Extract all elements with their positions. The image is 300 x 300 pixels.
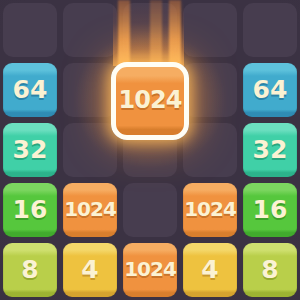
tile-16-r3c4: 16: [243, 183, 297, 237]
tile-value: 8: [21, 257, 38, 284]
cell-r0c4[interactable]: [243, 3, 297, 57]
cell-r3c2[interactable]: [123, 183, 177, 237]
tile-64-r1c0: 64: [3, 63, 57, 117]
tile-32-r2c0: 32: [3, 123, 57, 177]
tile-value: 1024: [124, 259, 176, 281]
cell-r0c0[interactable]: [3, 3, 57, 57]
tile-value: 16: [253, 197, 288, 224]
tile-value: 32: [253, 137, 288, 164]
tile-16-r3c0: 16: [3, 183, 57, 237]
cell-r1c1[interactable]: [63, 63, 117, 117]
tile-1024-r4c2: 1024: [123, 243, 177, 297]
falling-tile[interactable]: 1024: [111, 62, 189, 140]
tile-value: 32: [13, 137, 48, 164]
cell-r2c3[interactable]: [183, 123, 237, 177]
tile-value: 4: [201, 257, 218, 284]
beam-streak-right: [169, 0, 181, 66]
tile-value: 8: [261, 257, 278, 284]
tile-value: 64: [253, 77, 288, 104]
tile-8-r4c4: 8: [243, 243, 297, 297]
tile-value: 1024: [64, 199, 116, 221]
tile-value: 1024: [184, 199, 236, 221]
tile-1024-r3c1: 1024: [63, 183, 117, 237]
tile-4-r4c1: 4: [63, 243, 117, 297]
cell-r1c3[interactable]: [183, 63, 237, 117]
falling-tile-value: 1024: [119, 88, 182, 114]
tile-64-r1c4: 64: [243, 63, 297, 117]
tile-4-r4c3: 4: [183, 243, 237, 297]
tile-32-r2c4: 32: [243, 123, 297, 177]
falling-trail-effect: [113, 0, 184, 66]
tile-value: 16: [13, 197, 48, 224]
beam-streak-left: [118, 0, 130, 66]
tile-value: 4: [81, 257, 98, 284]
tile-8-r4c0: 8: [3, 243, 57, 297]
board[interactable]: 6464323216102410241684102448 1024: [0, 0, 300, 300]
cell-r0c3[interactable]: [183, 3, 237, 57]
tile-value: 64: [13, 77, 48, 104]
beam-streak-center: [150, 0, 162, 66]
tile-1024-r3c3: 1024: [183, 183, 237, 237]
cell-r0c1[interactable]: [63, 3, 117, 57]
cell-r2c1[interactable]: [63, 123, 117, 177]
